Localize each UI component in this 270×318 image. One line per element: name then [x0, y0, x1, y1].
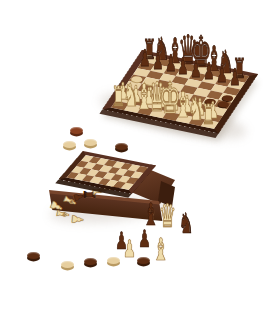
stored-pieces-in-box: ♝♟♜♝♟♞♟♝ [0, 0, 270, 318]
pieces-spilling-from-box: ♟♝♟ [0, 0, 270, 318]
dark-checker-piece [137, 257, 150, 264]
scattered-pieces-layer: ♟♟♟♝♝♛♞ [0, 0, 270, 318]
dark-checker-piece [27, 252, 40, 259]
dark-checker-piece [115, 143, 128, 150]
dark-pawn: ♟ [114, 229, 128, 253]
light-checker-piece [63, 141, 76, 148]
light-checker-piece [61, 261, 74, 268]
chess-pieces-layer: ♜♞♝♛♚♝♞♜♟♟♟♟♟♟♟♟♟♟♟♟♟♟♟♟♜♞♝♛♚♝♞♜ [0, 0, 270, 318]
dark-knight: ♞ [178, 209, 195, 237]
dark-pawn: ♟ [137, 227, 151, 251]
dark-checker-piece [84, 258, 97, 265]
light-checker-piece [84, 139, 97, 146]
chess-set-product-photo: ♜♞♝♛♚♝♞♜♟♟♟♟♟♟♟♟♟♟♟♟♟♟♟♟♜♞♝♛♚♝♞♜ ♝♟♜♝♟♞♟… [0, 0, 270, 318]
light-pawn: ♟ [122, 237, 136, 261]
red-checker-piece [70, 127, 83, 134]
light-checker-piece [107, 257, 120, 264]
square-h1 [201, 120, 218, 129]
light-bishop: ♝ [152, 235, 171, 266]
lid-squares [67, 155, 148, 190]
